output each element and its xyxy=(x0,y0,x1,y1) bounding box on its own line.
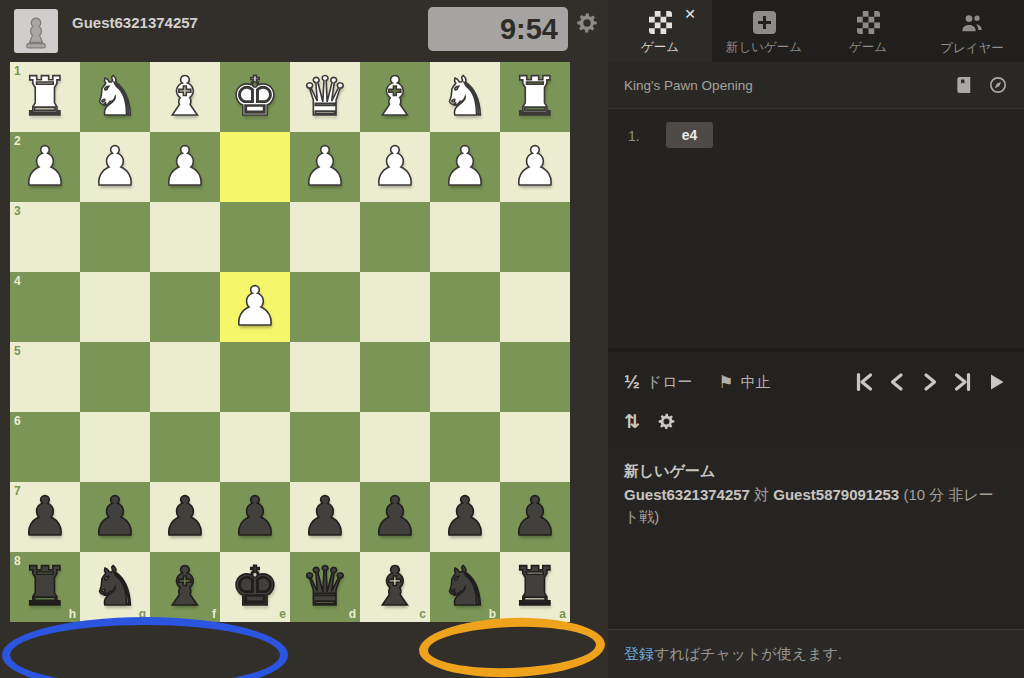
square-h8[interactable]: 8h♜ xyxy=(10,552,80,622)
white-king-e1[interactable]: ♚ xyxy=(220,62,290,132)
square-b7[interactable]: ♟ xyxy=(430,482,500,552)
square-f5[interactable] xyxy=(150,342,220,412)
sidebar: ゲーム ✕ 新しいゲーム ゲーム プレイヤー xyxy=(608,0,1024,678)
white-queen-d1[interactable]: ♛ xyxy=(290,62,360,132)
white-bishop-c1[interactable]: ♝ xyxy=(360,62,430,132)
white-pawn-e4[interactable]: ♟ xyxy=(220,272,290,342)
black-knight-b8[interactable]: ♞ xyxy=(430,552,500,622)
square-f3[interactable] xyxy=(150,202,220,272)
register-link[interactable]: 登録 xyxy=(624,645,654,662)
black-rook-h8[interactable]: ♜ xyxy=(10,552,80,622)
square-f2[interactable]: ♟ xyxy=(150,132,220,202)
black-pawn-e7[interactable]: ♟ xyxy=(220,482,290,552)
move-navigation xyxy=(852,370,1008,394)
opening-name: King's Pawn Opening xyxy=(624,78,753,93)
square-a4[interactable] xyxy=(500,272,570,342)
players-icon xyxy=(960,11,984,35)
tab-label: ゲーム xyxy=(641,39,679,56)
move-e4[interactable]: e4 xyxy=(666,122,714,148)
square-g6[interactable] xyxy=(80,412,150,482)
white-bishop-f1[interactable]: ♝ xyxy=(150,62,220,132)
black-queen-d8[interactable]: ♛ xyxy=(290,552,360,622)
white-knight-b1[interactable]: ♞ xyxy=(430,62,500,132)
tab-label: プレイヤー xyxy=(940,40,1004,57)
tab-game-active[interactable]: ゲーム ✕ xyxy=(608,0,712,62)
square-e7[interactable]: ♟ xyxy=(220,482,290,552)
square-c3[interactable] xyxy=(360,202,430,272)
square-d3[interactable] xyxy=(290,202,360,272)
white-pawn-b2[interactable]: ♟ xyxy=(430,132,500,202)
half-icon: ½ xyxy=(624,371,640,393)
square-h7[interactable]: 7♟ xyxy=(10,482,80,552)
square-b3[interactable] xyxy=(430,202,500,272)
sidebar-tabs: ゲーム ✕ 新しいゲーム ゲーム プレイヤー xyxy=(608,0,1024,62)
square-g3[interactable] xyxy=(80,202,150,272)
square-d1[interactable]: ♛ xyxy=(290,62,360,132)
square-c4[interactable] xyxy=(360,272,430,342)
square-d4[interactable] xyxy=(290,272,360,342)
square-e2[interactable] xyxy=(220,132,290,202)
square-a2[interactable]: ♟ xyxy=(500,132,570,202)
black-pawn-f7[interactable]: ♟ xyxy=(150,482,220,552)
flip-board-icon[interactable]: ⇅ xyxy=(624,410,640,433)
top-player-clock: 9:54 xyxy=(428,7,568,51)
square-b4[interactable] xyxy=(430,272,500,342)
chat-row: 登録すればチャットが使えます. xyxy=(608,629,1024,678)
game-controls: ½ ドロー ⚑ 中止 xyxy=(608,348,1024,448)
chessboard-icon xyxy=(857,11,880,34)
chessboard-icon xyxy=(649,11,672,34)
board-settings-gear-icon[interactable] xyxy=(656,411,677,432)
pawn-avatar-icon xyxy=(17,12,55,52)
black-pawn-b7[interactable]: ♟ xyxy=(430,482,500,552)
square-b1[interactable]: ♞ xyxy=(430,62,500,132)
square-h6[interactable]: 6 xyxy=(10,412,80,482)
tab-games[interactable]: ゲーム xyxy=(816,0,920,62)
square-a5[interactable] xyxy=(500,342,570,412)
black-player-name: Guest5879091253 xyxy=(773,486,899,503)
settings-gear-icon[interactable] xyxy=(574,10,600,36)
square-f4[interactable] xyxy=(150,272,220,342)
previous-move-button[interactable] xyxy=(885,370,909,394)
square-b6[interactable] xyxy=(430,412,500,482)
square-g7[interactable]: ♟ xyxy=(80,482,150,552)
bottom-player-bar: Guest5879091253 9:43 xyxy=(0,622,608,678)
black-king-e8[interactable]: ♚ xyxy=(220,552,290,622)
square-f7[interactable]: ♟ xyxy=(150,482,220,552)
square-d7[interactable]: ♟ xyxy=(290,482,360,552)
square-e8[interactable]: e♚ xyxy=(220,552,290,622)
square-e5[interactable] xyxy=(220,342,290,412)
white-rook-h1[interactable]: ♜ xyxy=(10,62,80,132)
game-info: 新しいゲーム Guest6321374257 対 Guest5879091253… xyxy=(608,452,1024,527)
vs-text: 対 xyxy=(750,486,773,503)
game-info-title: 新しいゲーム xyxy=(624,460,1006,482)
square-g5[interactable] xyxy=(80,342,150,412)
square-b8[interactable]: b♞ xyxy=(430,552,500,622)
square-e4[interactable]: ♟ xyxy=(220,272,290,342)
white-pawn-f2[interactable]: ♟ xyxy=(150,132,220,202)
square-b5[interactable] xyxy=(430,342,500,412)
white-pawn-a2[interactable]: ♟ xyxy=(500,132,570,202)
square-f8[interactable]: f♝ xyxy=(150,552,220,622)
square-d5[interactable] xyxy=(290,342,360,412)
square-f1[interactable]: ♝ xyxy=(150,62,220,132)
black-rook-a8[interactable]: ♜ xyxy=(500,552,570,622)
black-pawn-c7[interactable]: ♟ xyxy=(360,482,430,552)
chat-hint-text: すればチャットが使えます. xyxy=(654,645,842,662)
square-h1[interactable]: 1♜ xyxy=(10,62,80,132)
black-pawn-d7[interactable]: ♟ xyxy=(290,482,360,552)
square-h4[interactable]: 4 xyxy=(10,272,80,342)
opening-row: King's Pawn Opening xyxy=(608,62,1024,109)
square-g4[interactable] xyxy=(80,272,150,342)
square-d6[interactable] xyxy=(290,412,360,482)
tab-label: ゲーム xyxy=(849,39,887,56)
go-to-end-button[interactable] xyxy=(951,370,975,394)
rank-label-5: 5 xyxy=(14,345,21,357)
square-e3[interactable] xyxy=(220,202,290,272)
chess-app: Guest6321374257 9:54 1♜♞♝♚♛♝♞♜2♟♟♟♟♟♟♟34… xyxy=(0,0,1024,678)
white-pawn-d2[interactable]: ♟ xyxy=(290,132,360,202)
abort-label: 中止 xyxy=(741,373,771,392)
white-rook-a1[interactable]: ♜ xyxy=(500,62,570,132)
black-bishop-c8[interactable]: ♝ xyxy=(360,552,430,622)
square-d2[interactable]: ♟ xyxy=(290,132,360,202)
square-c2[interactable]: ♟ xyxy=(360,132,430,202)
square-a8[interactable]: a♜ xyxy=(500,552,570,622)
square-a7[interactable]: ♟ xyxy=(500,482,570,552)
black-bishop-f8[interactable]: ♝ xyxy=(150,552,220,622)
square-c8[interactable]: c♝ xyxy=(360,552,430,622)
square-c6[interactable] xyxy=(360,412,430,482)
chess-board: 1♜♞♝♚♛♝♞♜2♟♟♟♟♟♟♟34♟567♟♟♟♟♟♟♟♟8h♜g♞f♝e♚… xyxy=(10,62,570,622)
rank-label-3: 3 xyxy=(14,205,21,217)
game-info-line: Guest6321374257 対 Guest5879091253 (10 分 … xyxy=(624,484,1006,528)
flag-icon: ⚑ xyxy=(719,372,734,393)
top-player-name: Guest6321374257 xyxy=(72,14,198,31)
next-move-button[interactable] xyxy=(918,370,942,394)
square-g1[interactable]: ♞ xyxy=(80,62,150,132)
go-to-start-button[interactable] xyxy=(852,370,876,394)
top-player-bar: Guest6321374257 9:54 xyxy=(0,0,608,62)
tab-players[interactable]: プレイヤー xyxy=(920,0,1024,62)
square-c7[interactable]: ♟ xyxy=(360,482,430,552)
draw-label: ドロー xyxy=(647,373,693,392)
square-e6[interactable] xyxy=(220,412,290,482)
white-pawn-h2[interactable]: ♟ xyxy=(10,132,80,202)
white-pawn-c2[interactable]: ♟ xyxy=(360,132,430,202)
black-knight-g8[interactable]: ♞ xyxy=(80,552,150,622)
square-g8[interactable]: g♞ xyxy=(80,552,150,622)
square-c5[interactable] xyxy=(360,342,430,412)
square-f6[interactable] xyxy=(150,412,220,482)
square-e1[interactable]: ♚ xyxy=(220,62,290,132)
plus-icon xyxy=(753,11,776,34)
square-c1[interactable]: ♝ xyxy=(360,62,430,132)
move-number: 1. xyxy=(628,128,640,144)
square-a3[interactable] xyxy=(500,202,570,272)
square-h5[interactable]: 5 xyxy=(10,342,80,412)
white-player-name: Guest6321374257 xyxy=(624,486,750,503)
explorer-compass-icon[interactable] xyxy=(988,75,1008,95)
square-d8[interactable]: d♛ xyxy=(290,552,360,622)
white-pawn-g2[interactable]: ♟ xyxy=(80,132,150,202)
rank-label-6: 6 xyxy=(14,415,21,427)
move-list: 1. e4 xyxy=(608,110,1024,348)
square-a6[interactable] xyxy=(500,412,570,482)
square-g2[interactable]: ♟ xyxy=(80,132,150,202)
top-clock-time: 9:54 xyxy=(500,13,558,46)
autoplay-button[interactable] xyxy=(984,370,1008,394)
tab-new-game[interactable]: 新しいゲーム xyxy=(712,0,816,62)
black-pawn-h7[interactable]: ♟ xyxy=(10,482,80,552)
square-a1[interactable]: ♜ xyxy=(500,62,570,132)
square-h3[interactable]: 3 xyxy=(10,202,80,272)
tab-label: 新しいゲーム xyxy=(726,39,802,56)
square-h2[interactable]: 2♟ xyxy=(10,132,80,202)
rank-label-4: 4 xyxy=(14,275,21,287)
black-pawn-a7[interactable]: ♟ xyxy=(500,482,570,552)
black-pawn-g7[interactable]: ♟ xyxy=(80,482,150,552)
white-knight-g1[interactable]: ♞ xyxy=(80,62,150,132)
offer-draw-button[interactable]: ½ ドロー xyxy=(624,371,693,393)
abort-button[interactable]: ⚑ 中止 xyxy=(719,372,771,393)
top-player-avatar[interactable] xyxy=(14,9,58,53)
board-panel: Guest6321374257 9:54 1♜♞♝♚♛♝♞♜2♟♟♟♟♟♟♟34… xyxy=(0,0,608,678)
square-b2[interactable]: ♟ xyxy=(430,132,500,202)
close-tab-icon[interactable]: ✕ xyxy=(684,6,696,22)
opening-book-icon[interactable] xyxy=(954,75,974,95)
